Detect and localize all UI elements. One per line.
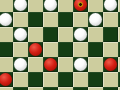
board-square[interactable] xyxy=(58,72,73,87)
board-square[interactable] xyxy=(28,87,43,90)
board-square[interactable] xyxy=(43,0,58,12)
board-square[interactable] xyxy=(118,42,120,57)
board-square[interactable] xyxy=(58,87,73,90)
board-square[interactable] xyxy=(73,27,88,42)
white-piece[interactable] xyxy=(14,58,27,71)
board-square[interactable] xyxy=(43,27,58,42)
board-square[interactable] xyxy=(118,72,120,87)
board-square[interactable] xyxy=(88,42,103,57)
white-piece[interactable] xyxy=(89,13,102,26)
red-piece[interactable] xyxy=(104,58,117,71)
board-square[interactable] xyxy=(118,87,120,90)
board-square[interactable] xyxy=(28,12,43,27)
board-square[interactable] xyxy=(13,27,28,42)
board-square[interactable] xyxy=(103,42,118,57)
board-square[interactable] xyxy=(73,87,88,90)
red-piece[interactable] xyxy=(44,58,57,71)
board-square[interactable] xyxy=(103,12,118,27)
red-piece[interactable] xyxy=(0,73,12,86)
board-square[interactable] xyxy=(103,27,118,42)
board-square[interactable] xyxy=(58,57,73,72)
board-square[interactable] xyxy=(13,0,28,12)
red-piece[interactable] xyxy=(29,43,42,56)
board-square[interactable] xyxy=(103,57,118,72)
white-piece[interactable] xyxy=(14,28,27,41)
board-square[interactable] xyxy=(0,87,13,90)
board-square[interactable] xyxy=(43,12,58,27)
red-king-piece[interactable] xyxy=(74,0,87,11)
board-square[interactable] xyxy=(73,12,88,27)
board-square[interactable] xyxy=(28,27,43,42)
board-square[interactable] xyxy=(0,12,13,27)
board-square[interactable] xyxy=(43,87,58,90)
checkers-board xyxy=(0,0,120,90)
white-piece[interactable] xyxy=(44,0,57,11)
board-square[interactable] xyxy=(0,57,13,72)
board-square[interactable] xyxy=(58,27,73,42)
board-square[interactable] xyxy=(88,72,103,87)
board-square[interactable] xyxy=(28,42,43,57)
board-square[interactable] xyxy=(13,12,28,27)
board-square[interactable] xyxy=(88,87,103,90)
board-square[interactable] xyxy=(43,42,58,57)
board-square[interactable] xyxy=(118,0,120,12)
board-square[interactable] xyxy=(103,87,118,90)
board-square[interactable] xyxy=(73,42,88,57)
board-square[interactable] xyxy=(13,42,28,57)
board-square[interactable] xyxy=(0,27,13,42)
board-square[interactable] xyxy=(103,72,118,87)
board-square[interactable] xyxy=(118,27,120,42)
board-square[interactable] xyxy=(58,12,73,27)
board-square[interactable] xyxy=(43,72,58,87)
board-square[interactable] xyxy=(88,0,103,12)
board-square[interactable] xyxy=(103,0,118,12)
board-square[interactable] xyxy=(118,12,120,27)
king-crown-icon xyxy=(78,2,83,7)
board-square[interactable] xyxy=(43,57,58,72)
board-square[interactable] xyxy=(73,72,88,87)
white-piece[interactable] xyxy=(104,0,117,11)
white-piece[interactable] xyxy=(74,28,87,41)
board-square[interactable] xyxy=(0,42,13,57)
board-square[interactable] xyxy=(73,0,88,12)
board-square[interactable] xyxy=(13,72,28,87)
board-square[interactable] xyxy=(28,57,43,72)
board-square[interactable] xyxy=(118,57,120,72)
board-square[interactable] xyxy=(13,57,28,72)
white-piece[interactable] xyxy=(74,58,87,71)
board-square[interactable] xyxy=(88,57,103,72)
board-square[interactable] xyxy=(73,57,88,72)
board-square[interactable] xyxy=(28,72,43,87)
white-piece[interactable] xyxy=(14,0,27,11)
white-piece[interactable] xyxy=(0,13,12,26)
board-square[interactable] xyxy=(58,0,73,12)
board-square[interactable] xyxy=(0,72,13,87)
board-square[interactable] xyxy=(88,27,103,42)
board-square[interactable] xyxy=(28,0,43,12)
board-square[interactable] xyxy=(0,0,13,12)
board-square[interactable] xyxy=(88,12,103,27)
board-grid xyxy=(0,0,120,90)
board-square[interactable] xyxy=(13,87,28,90)
board-square[interactable] xyxy=(58,42,73,57)
